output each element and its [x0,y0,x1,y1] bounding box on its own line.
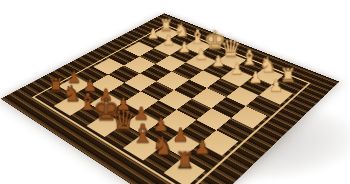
white-pawn: ♟ [264,78,288,94]
chess-set-product-photo: Wooden Staunton chess set in the startin… [0,0,350,184]
square-b3 [226,87,259,107]
square-a8: ♜ [164,158,205,184]
black-rook: ♜ [170,149,199,172]
